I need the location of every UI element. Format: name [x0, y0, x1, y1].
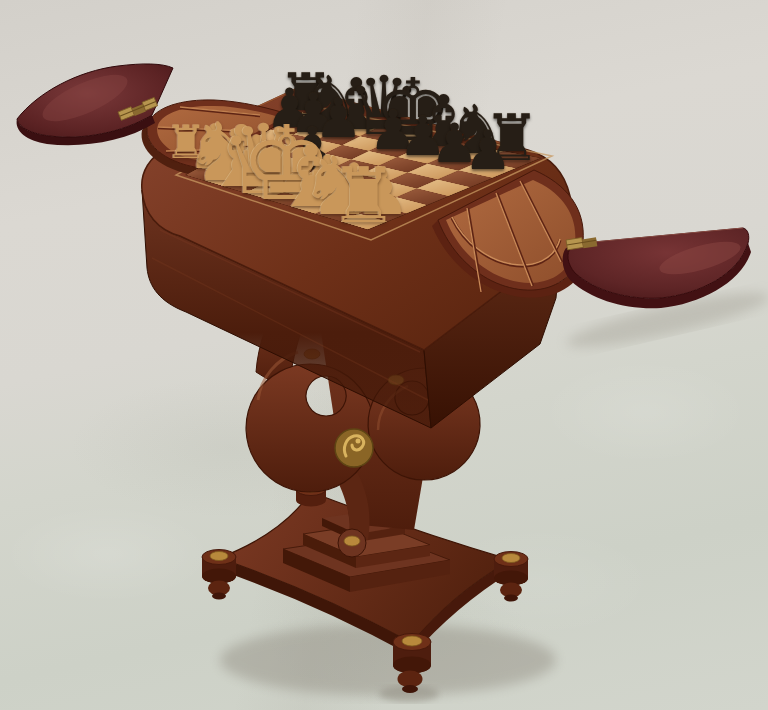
gilt-rosette-icon [344, 536, 360, 546]
right-foot [494, 552, 528, 602]
gilt-rosette-icon [502, 554, 520, 563]
gilt-rosette-icon [210, 552, 228, 561]
gilt-rosette-icon [402, 636, 422, 646]
ormolu-medallion [335, 429, 373, 467]
table-illustration [0, 0, 768, 710]
left-foot [202, 550, 236, 600]
auction-photo-chess-table: ♜♞♝♛♚♝♞♜♟♟♟♟♟♟♟♟♟♟♟♟♟♟♟♟♞♝♛♚♝♞♜♜ [0, 0, 768, 710]
